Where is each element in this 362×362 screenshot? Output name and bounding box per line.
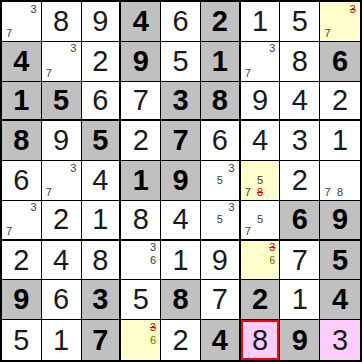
- candidate-6: 6: [147, 334, 159, 347]
- cell-r7c1[interactable]: 2: [2, 241, 42, 281]
- solved-digit-3: 3: [332, 326, 348, 355]
- cell-r2c3[interactable]: 2: [82, 42, 122, 82]
- given-digit-2: 2: [212, 7, 228, 36]
- cell-r2c9[interactable]: 6: [320, 42, 360, 82]
- candidate-7: 7: [242, 187, 254, 199]
- candidate-3: 3: [67, 162, 79, 174]
- cell-r8c8[interactable]: 1: [280, 280, 320, 320]
- cell-r2c1[interactable]: 4: [2, 42, 42, 82]
- given-digit-5: 5: [332, 246, 348, 275]
- cell-r7c2[interactable]: 4: [42, 241, 82, 281]
- pencil-marks: 36: [242, 242, 279, 279]
- pencil-marks: 37: [321, 3, 359, 40]
- candidate-3: 3: [226, 162, 238, 174]
- given-digit-7: 7: [172, 126, 188, 155]
- cell-r7c6[interactable]: 9: [201, 241, 241, 281]
- cell-r3c1[interactable]: 1: [2, 82, 42, 122]
- cell-r2c8[interactable]: 8: [280, 42, 320, 82]
- solved-digit-4: 4: [172, 205, 188, 234]
- pencil-marks: 37: [43, 162, 80, 199]
- pencil-marks: 578: [242, 162, 279, 199]
- solved-digit-6: 6: [92, 86, 108, 115]
- cell-r5c3[interactable]: 4: [82, 161, 122, 201]
- cell-r3c9[interactable]: 2: [320, 82, 360, 122]
- cell-r5c2[interactable]: 37: [42, 161, 82, 201]
- candidate-5: 5: [214, 214, 226, 226]
- given-digit-9: 9: [292, 326, 308, 355]
- candidate-7: 7: [242, 226, 254, 238]
- candidate-3: 3: [147, 242, 159, 254]
- cell-r4c4[interactable]: 2: [121, 121, 161, 161]
- solved-digit-1: 1: [332, 126, 348, 155]
- cell-r8c6[interactable]: 7: [201, 280, 241, 320]
- given-digit-6: 6: [292, 205, 308, 234]
- cell-r9c8[interactable]: 9: [280, 320, 320, 360]
- candidate-3: 3: [226, 202, 238, 214]
- candidate-3-eliminated: 3: [147, 321, 159, 334]
- cell-r1c7[interactable]: 1: [241, 2, 281, 42]
- cell-r4c8[interactable]: 3: [280, 121, 320, 161]
- cell-r1c8[interactable]: 5: [280, 2, 320, 42]
- solved-digit-2: 2: [292, 166, 308, 195]
- given-digit-4: 4: [13, 47, 29, 76]
- candidate-3: 3: [67, 43, 79, 55]
- cell-r1c9[interactable]: 37: [320, 2, 360, 42]
- cell-r5c7[interactable]: 578: [241, 161, 281, 201]
- cell-r8c5[interactable]: 8: [161, 280, 201, 320]
- cell-r3c8[interactable]: 4: [280, 82, 320, 122]
- cell-r1c5[interactable]: 6: [161, 2, 201, 42]
- cell-r9c6[interactable]: 4: [201, 320, 241, 360]
- pencil-marks: 35: [202, 202, 238, 238]
- solved-digit-8: 8: [53, 7, 69, 36]
- cell-r1c2[interactable]: 8: [42, 2, 82, 42]
- given-digit-9: 9: [172, 166, 188, 195]
- given-digit-5: 5: [53, 86, 69, 115]
- cell-r8c2[interactable]: 6: [42, 280, 82, 320]
- cell-r4c2[interactable]: 9: [42, 121, 82, 161]
- given-digit-9: 9: [332, 205, 348, 234]
- candidate-7: 7: [242, 67, 254, 79]
- cell-r4c3[interactable]: 5: [82, 121, 122, 161]
- candidate-5: 5: [254, 214, 266, 226]
- cell-r3c6[interactable]: 8: [201, 82, 241, 122]
- cell-r1c6[interactable]: 2: [201, 2, 241, 42]
- cell-r7c9[interactable]: 5: [320, 241, 360, 281]
- cell-r6c9[interactable]: 9: [320, 201, 360, 241]
- given-digit-3: 3: [92, 285, 108, 314]
- given-digit-8: 8: [13, 126, 29, 155]
- solved-digit-3: 3: [292, 126, 308, 155]
- given-digit-8: 8: [172, 285, 188, 314]
- cell-r7c4[interactable]: 36: [121, 241, 161, 281]
- solved-digit-7: 7: [133, 86, 149, 115]
- cell-r4c6[interactable]: 6: [201, 121, 241, 161]
- cell-r6c1[interactable]: 37: [2, 201, 42, 241]
- solved-digit-5: 5: [133, 285, 149, 314]
- given-digit-8: 8: [212, 86, 228, 115]
- candidate-5: 5: [214, 174, 226, 186]
- cell-r5c1[interactable]: 6: [2, 161, 42, 201]
- solved-digit-4: 4: [292, 86, 308, 115]
- given-digit-3: 3: [172, 86, 188, 115]
- cell-r1c4[interactable]: 4: [121, 2, 161, 42]
- cell-r2c7[interactable]: 37: [241, 42, 281, 82]
- given-digit-6: 6: [332, 47, 348, 76]
- pencil-marks: 57: [242, 202, 279, 238]
- cell-r9c9[interactable]: 3: [320, 320, 360, 360]
- cell-r1c1[interactable]: 37: [2, 2, 42, 42]
- cell-r1c3[interactable]: 9: [82, 2, 122, 42]
- candidate-3: 3: [28, 3, 40, 15]
- cell-r9c2[interactable]: 1: [42, 320, 82, 360]
- solved-digit-2: 2: [133, 126, 149, 155]
- cell-r5c5[interactable]: 9: [161, 161, 201, 201]
- cell-r5c8[interactable]: 2: [280, 161, 320, 201]
- solved-digit-6: 6: [212, 126, 228, 155]
- candidate-7: 7: [321, 187, 334, 199]
- solved-digit-9: 9: [92, 7, 108, 36]
- candidate-3: 3: [28, 202, 40, 214]
- cell-r2c4[interactable]: 9: [121, 42, 161, 82]
- cell-r5c6[interactable]: 35: [201, 161, 241, 201]
- solved-digit-5: 5: [172, 47, 188, 76]
- solved-digit-9: 9: [252, 86, 268, 115]
- cell-r8c9[interactable]: 4: [320, 280, 360, 320]
- solved-digit-7: 7: [292, 246, 308, 275]
- cell-r4c7[interactable]: 4: [241, 121, 281, 161]
- cell-r9c3[interactable]: 7: [82, 320, 122, 360]
- pencil-marks: 37: [3, 3, 40, 40]
- pencil-marks: 36: [122, 321, 159, 359]
- cell-r6c8[interactable]: 6: [280, 201, 320, 241]
- pencil-marks: 36: [122, 242, 159, 279]
- cell-r6c5[interactable]: 4: [161, 201, 201, 241]
- cell-r9c5[interactable]: 2: [161, 320, 201, 360]
- solved-digit-8: 8: [92, 246, 108, 275]
- cell-r5c4[interactable]: 1: [121, 161, 161, 201]
- solved-digit-1: 1: [292, 285, 308, 314]
- given-digit-1: 1: [212, 47, 228, 76]
- cell-r6c4[interactable]: 8: [121, 201, 161, 241]
- cell-r9c7[interactable]: 8: [241, 320, 281, 360]
- cell-r4c5[interactable]: 7: [161, 121, 201, 161]
- candidate-6: 6: [147, 254, 159, 266]
- given-digit-4: 4: [332, 285, 348, 314]
- candidate-5: 5: [254, 174, 266, 186]
- solved-digit-9: 9: [212, 246, 228, 275]
- solved-digit-2: 2: [332, 86, 348, 115]
- given-digit-7: 7: [92, 326, 108, 355]
- cell-r7c8[interactable]: 7: [280, 241, 320, 281]
- cell-r3c3[interactable]: 6: [82, 82, 122, 122]
- cell-r6c3[interactable]: 1: [82, 201, 122, 241]
- cell-r4c9[interactable]: 1: [320, 121, 360, 161]
- candidate-7: 7: [43, 67, 55, 79]
- solved-digit-1: 1: [172, 246, 188, 275]
- candidate-8: 8: [334, 187, 347, 199]
- solved-digit-5: 5: [292, 7, 308, 36]
- cell-r2c5[interactable]: 5: [161, 42, 201, 82]
- solved-digit-8: 8: [133, 205, 149, 234]
- given-digit-1: 1: [13, 86, 29, 115]
- given-digit-2: 2: [252, 285, 268, 314]
- candidate-3-eliminated: 3: [266, 242, 278, 254]
- cell-r2c2[interactable]: 37: [42, 42, 82, 82]
- cell-r7c7[interactable]: 36: [241, 241, 281, 281]
- given-digit-4: 4: [133, 7, 149, 36]
- solved-digit-6: 6: [53, 285, 69, 314]
- solved-digit-7: 7: [212, 285, 228, 314]
- cell-r9c4[interactable]: 36: [121, 320, 161, 360]
- solved-digit-4: 4: [92, 166, 108, 195]
- solved-digit-2: 2: [172, 326, 188, 355]
- cell-r8c1[interactable]: 9: [2, 280, 42, 320]
- candidate-7: 7: [3, 226, 15, 238]
- pencil-marks: 78: [321, 162, 359, 199]
- pencil-marks: 37: [43, 43, 80, 80]
- given-digit-4: 4: [212, 326, 228, 355]
- solved-digit-8: 8: [292, 47, 308, 76]
- cell-r2c6[interactable]: 1: [201, 42, 241, 82]
- candidate-7: 7: [43, 187, 55, 199]
- cell-r4c1[interactable]: 8: [2, 121, 42, 161]
- cell-r6c6[interactable]: 35: [201, 201, 241, 241]
- pencil-marks: 37: [242, 43, 279, 80]
- given-digit-9: 9: [133, 47, 149, 76]
- cell-r8c7[interactable]: 2: [241, 280, 281, 320]
- sudoku-board: 3789462153743729513786156738942895276431…: [0, 0, 362, 362]
- solved-digit-6: 6: [13, 166, 29, 195]
- solved-digit-4: 4: [53, 246, 69, 275]
- cell-r8c4[interactable]: 5: [121, 280, 161, 320]
- solved-digit-2: 2: [92, 47, 108, 76]
- solved-digit-4: 4: [252, 126, 268, 155]
- cell-r9c1[interactable]: 5: [2, 320, 42, 360]
- solved-digit-2: 2: [53, 205, 69, 234]
- candidate-3-eliminated: 3: [346, 3, 359, 15]
- solved-digit-1: 1: [92, 205, 108, 234]
- solved-digit-9: 9: [53, 126, 69, 155]
- cell-r7c3[interactable]: 8: [82, 241, 122, 281]
- candidate-7: 7: [3, 28, 15, 40]
- candidate-3: 3: [266, 43, 278, 55]
- solved-digit-1: 1: [252, 7, 268, 36]
- pencil-marks: 37: [3, 202, 40, 238]
- solved-digit-2: 2: [13, 246, 29, 275]
- solved-digit-6: 6: [172, 7, 188, 36]
- cell-r8c3[interactable]: 3: [82, 280, 122, 320]
- cell-r7c5[interactable]: 1: [161, 241, 201, 281]
- cell-r3c5[interactable]: 3: [161, 82, 201, 122]
- cell-r6c7[interactable]: 57: [241, 201, 281, 241]
- cell-r6c2[interactable]: 2: [42, 201, 82, 241]
- solved-digit-8: 8: [252, 326, 268, 355]
- candidate-8-eliminated: 8: [254, 187, 266, 199]
- candidate-7: 7: [321, 28, 334, 40]
- candidate-6: 6: [266, 254, 278, 266]
- pencil-marks: 35: [202, 162, 238, 199]
- given-digit-1: 1: [133, 166, 149, 195]
- cell-r5c9[interactable]: 78: [320, 161, 360, 201]
- cell-r3c7[interactable]: 9: [241, 82, 281, 122]
- solved-digit-1: 1: [53, 326, 69, 355]
- solved-digit-5: 5: [13, 326, 29, 355]
- cell-r3c2[interactable]: 5: [42, 82, 82, 122]
- given-digit-5: 5: [92, 126, 108, 155]
- cell-r3c4[interactable]: 7: [121, 82, 161, 122]
- given-digit-9: 9: [13, 285, 29, 314]
